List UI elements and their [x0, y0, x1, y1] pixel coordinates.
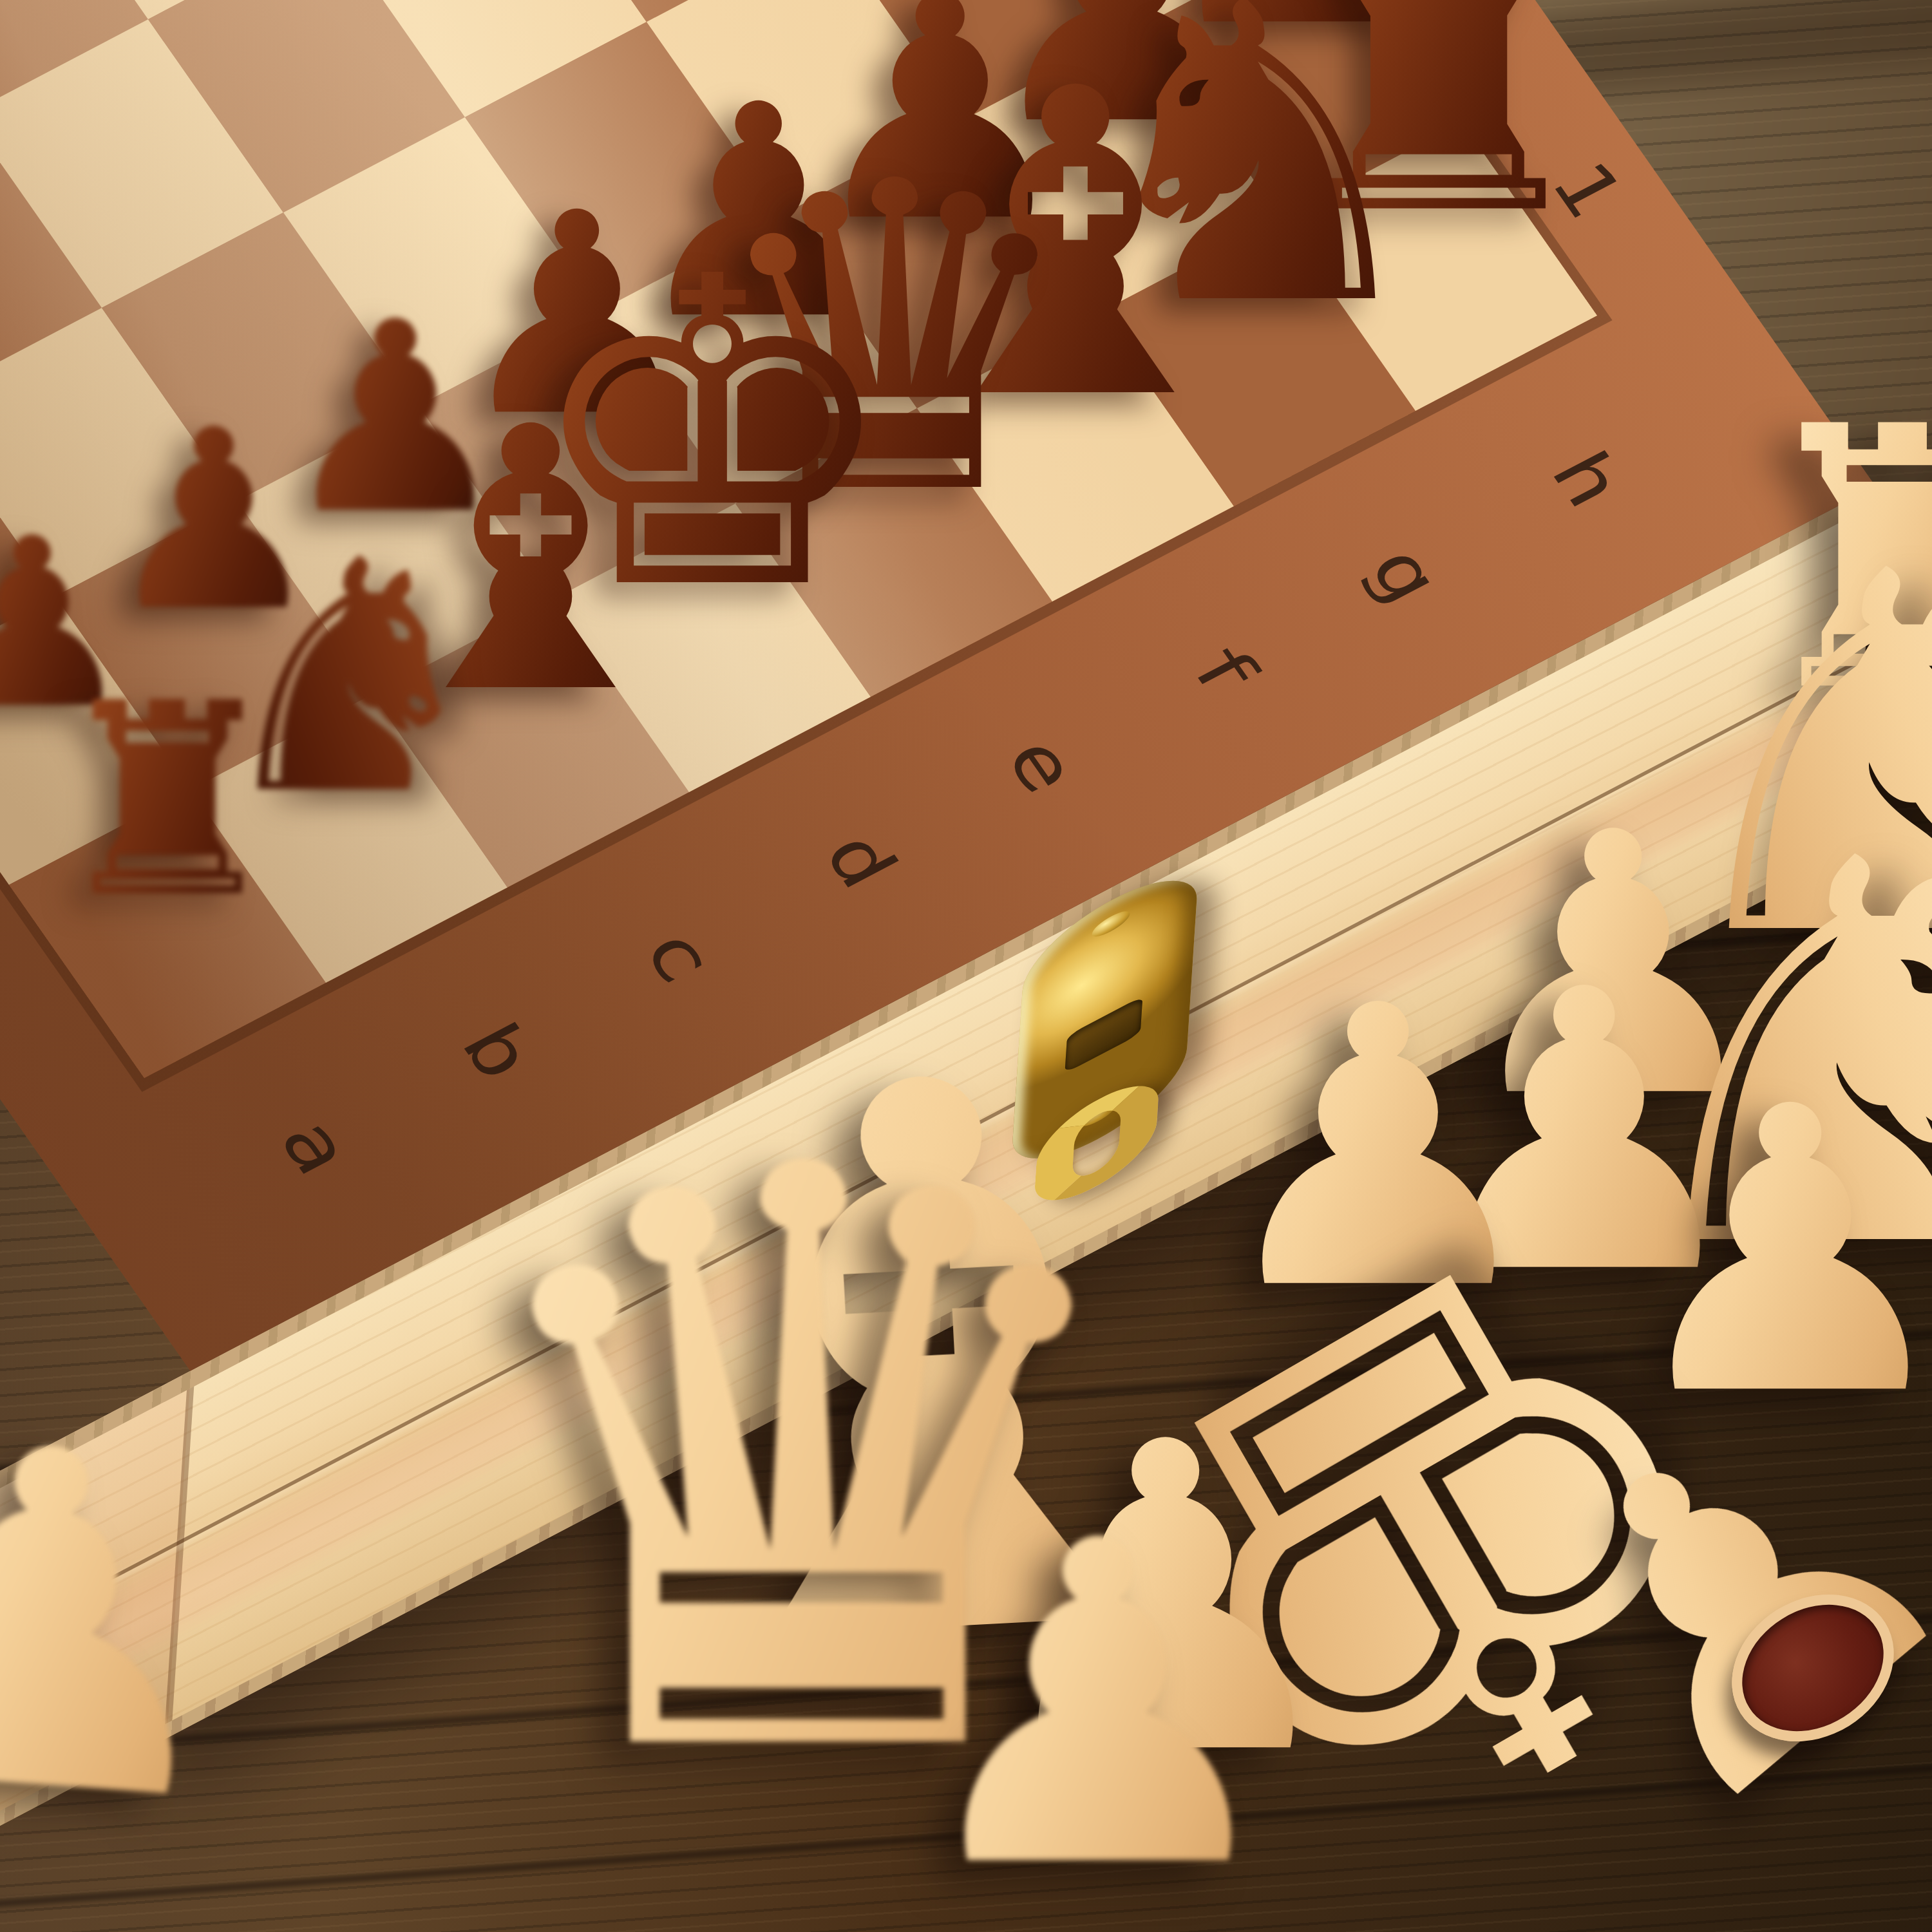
light-pieces-on-table: ♛♝♟♟♟♚♟♟♟♟♞♞♜♟	[0, 0, 1932, 1932]
chess-set-photo-scene: abcdefgh 1 ♟♟♟♟♟♟♟♟♜♞♝♚♛♝♞♜ ♛♝♟♟♟♚♟♟♟♟♞♞…	[0, 0, 1932, 1932]
scattered-light-pawn-14[interactable]: ♟	[0, 1378, 265, 1869]
scattered-light-pawn-2[interactable]: ♟	[899, 1484, 1298, 1929]
